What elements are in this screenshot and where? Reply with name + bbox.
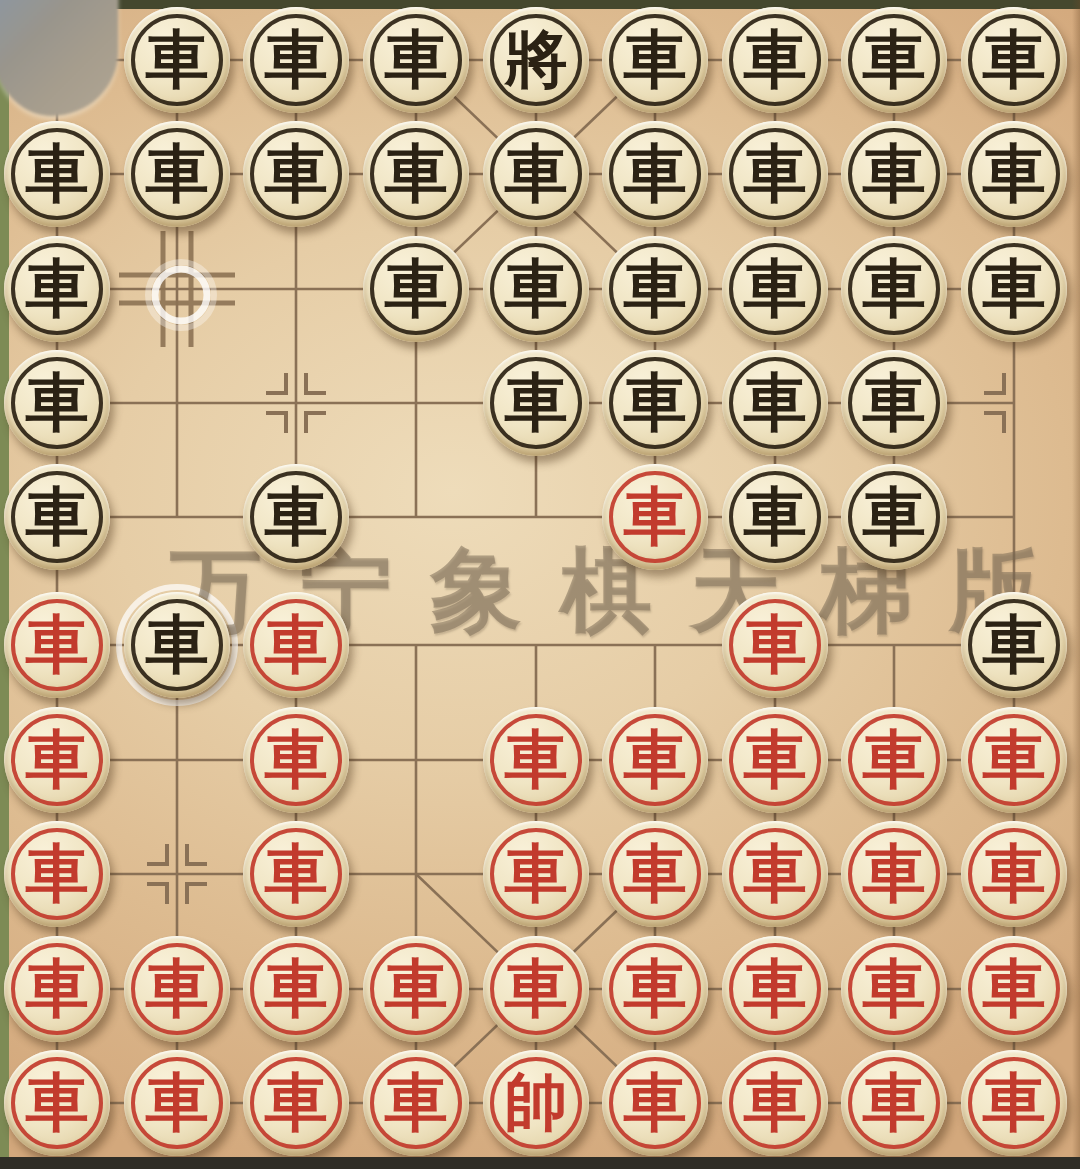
piece-red-chariot-r9c7[interactable]: 車 [722,936,828,1042]
piece-black-chariot-r5c1[interactable]: 車 [4,464,110,570]
piece-red-chariot-r8c7[interactable]: 車 [722,821,828,927]
piece-glyph: 車 [385,142,448,205]
piece-red-chariot-r8c5[interactable]: 車 [483,821,589,927]
piece-black-chariot-r2c9[interactable]: 車 [961,121,1067,227]
piece-glyph: 車 [744,728,807,791]
piece-glyph: 車 [744,613,807,676]
piece-glyph: 車 [863,257,926,320]
piece-red-chariot-r9c9[interactable]: 車 [961,936,1067,1042]
piece-red-chariot-r10c1[interactable]: 車 [4,1050,110,1156]
piece-red-chariot-r6c7[interactable]: 車 [722,592,828,698]
piece-glyph: 車 [624,957,687,1020]
piece-red-chariot-r8c1[interactable]: 車 [4,821,110,927]
piece-glyph: 車 [265,485,328,548]
board-edge-bottom [0,1157,1080,1169]
piece-red-general-r10c5[interactable]: 帥 [483,1050,589,1156]
piece-red-chariot-r7c3[interactable]: 車 [243,707,349,813]
piece-glyph: 車 [26,613,89,676]
piece-glyph: 車 [983,257,1046,320]
piece-glyph: 車 [744,957,807,1020]
piece-glyph: 車 [146,142,209,205]
piece-glyph: 將 [505,28,568,91]
piece-black-chariot-r6c2[interactable]: 車 [124,592,230,698]
piece-black-chariot-r3c6[interactable]: 車 [602,236,708,342]
piece-black-chariot-r1c8[interactable]: 車 [841,7,947,113]
piece-glyph: 車 [26,371,89,434]
piece-glyph: 車 [983,957,1046,1020]
piece-red-chariot-r7c8[interactable]: 車 [841,707,947,813]
piece-glyph: 車 [863,842,926,905]
piece-glyph: 車 [744,1071,807,1134]
piece-black-chariot-r5c3[interactable]: 車 [243,464,349,570]
piece-glyph: 車 [26,142,89,205]
piece-glyph: 車 [26,728,89,791]
piece-glyph: 車 [983,1071,1046,1134]
piece-glyph: 車 [385,1071,448,1134]
piece-red-chariot-r10c3[interactable]: 車 [243,1050,349,1156]
piece-red-chariot-r10c8[interactable]: 車 [841,1050,947,1156]
piece-glyph: 車 [26,842,89,905]
piece-glyph: 車 [983,28,1046,91]
piece-glyph: 車 [265,613,328,676]
piece-black-chariot-r3c1[interactable]: 車 [4,236,110,342]
piece-glyph: 車 [505,842,568,905]
piece-glyph: 車 [385,957,448,1020]
piece-glyph: 車 [624,257,687,320]
piece-glyph: 車 [26,1071,89,1134]
piece-glyph: 車 [385,257,448,320]
piece-red-chariot-r10c2[interactable]: 車 [124,1050,230,1156]
piece-glyph: 車 [505,728,568,791]
piece-glyph: 車 [624,371,687,434]
pieces-layer: 車車車將車車車車車車車車車車車車車車車車車車車車車車車車車車車車車車車車車車車車… [0,0,1080,1169]
piece-red-chariot-r9c1[interactable]: 車 [4,936,110,1042]
piece-glyph: 車 [146,28,209,91]
piece-black-chariot-r1c4[interactable]: 車 [363,7,469,113]
piece-red-chariot-r9c3[interactable]: 車 [243,936,349,1042]
piece-red-chariot-r10c7[interactable]: 車 [722,1050,828,1156]
piece-glyph: 車 [863,728,926,791]
piece-black-chariot-r5c7[interactable]: 車 [722,464,828,570]
piece-black-chariot-r3c5[interactable]: 車 [483,236,589,342]
piece-glyph: 車 [265,728,328,791]
piece-glyph: 車 [146,957,209,1020]
piece-black-chariot-r5c8[interactable]: 車 [841,464,947,570]
piece-black-chariot-r1c3[interactable]: 車 [243,7,349,113]
piece-black-chariot-r3c9[interactable]: 車 [961,236,1067,342]
piece-black-chariot-r1c9[interactable]: 車 [961,7,1067,113]
piece-black-chariot-r2c3[interactable]: 車 [243,121,349,227]
piece-glyph: 車 [624,1071,687,1134]
piece-black-chariot-r1c2[interactable]: 車 [124,7,230,113]
piece-glyph: 車 [863,371,926,434]
piece-black-chariot-r4c7[interactable]: 車 [722,350,828,456]
piece-glyph: 車 [744,371,807,434]
piece-glyph: 車 [624,28,687,91]
piece-black-chariot-r2c1[interactable]: 車 [4,121,110,227]
piece-glyph: 車 [265,842,328,905]
piece-red-chariot-r7c5[interactable]: 車 [483,707,589,813]
piece-red-chariot-r5c6[interactable]: 車 [602,464,708,570]
piece-glyph: 車 [744,142,807,205]
piece-glyph: 車 [26,257,89,320]
piece-black-chariot-r2c6[interactable]: 車 [602,121,708,227]
piece-glyph: 車 [26,957,89,1020]
piece-glyph: 車 [744,28,807,91]
piece-black-chariot-r2c4[interactable]: 車 [363,121,469,227]
piece-red-chariot-r8c8[interactable]: 車 [841,821,947,927]
piece-glyph: 車 [624,842,687,905]
piece-glyph: 車 [744,485,807,548]
piece-glyph: 車 [505,371,568,434]
piece-red-chariot-r9c2[interactable]: 車 [124,936,230,1042]
piece-black-general-r1c5[interactable]: 將 [483,7,589,113]
piece-red-chariot-r7c7[interactable]: 車 [722,707,828,813]
piece-red-chariot-r6c3[interactable]: 車 [243,592,349,698]
piece-black-chariot-r2c8[interactable]: 車 [841,121,947,227]
piece-black-chariot-r4c1[interactable]: 車 [4,350,110,456]
piece-black-chariot-r1c6[interactable]: 車 [602,7,708,113]
piece-red-chariot-r6c1[interactable]: 車 [4,592,110,698]
piece-red-chariot-r7c9[interactable]: 車 [961,707,1067,813]
piece-glyph: 車 [505,257,568,320]
piece-glyph: 車 [863,142,926,205]
piece-red-chariot-r9c6[interactable]: 車 [602,936,708,1042]
piece-black-chariot-r1c7[interactable]: 車 [722,7,828,113]
piece-red-chariot-r7c1[interactable]: 車 [4,707,110,813]
piece-glyph: 車 [265,142,328,205]
piece-glyph: 車 [863,28,926,91]
piece-black-chariot-r4c5[interactable]: 車 [483,350,589,456]
piece-red-chariot-r9c4[interactable]: 車 [363,936,469,1042]
piece-red-chariot-r9c5[interactable]: 車 [483,936,589,1042]
piece-glyph: 車 [265,28,328,91]
piece-glyph: 車 [744,257,807,320]
piece-black-chariot-r4c8[interactable]: 車 [841,350,947,456]
piece-glyph: 車 [146,1071,209,1134]
piece-glyph: 車 [265,957,328,1020]
piece-red-chariot-r8c6[interactable]: 車 [602,821,708,927]
piece-glyph: 車 [624,142,687,205]
piece-glyph: 車 [983,613,1046,676]
piece-glyph: 車 [624,485,687,548]
piece-black-chariot-r2c7[interactable]: 車 [722,121,828,227]
piece-red-chariot-r10c6[interactable]: 車 [602,1050,708,1156]
piece-glyph: 車 [744,842,807,905]
piece-glyph: 車 [983,728,1046,791]
piece-glyph: 車 [863,957,926,1020]
piece-glyph: 車 [983,842,1046,905]
piece-glyph: 車 [863,1071,926,1134]
piece-black-chariot-r4c6[interactable]: 車 [602,350,708,456]
piece-glyph: 車 [385,28,448,91]
piece-glyph: 車 [505,957,568,1020]
piece-red-chariot-r8c9[interactable]: 車 [961,821,1067,927]
piece-glyph: 車 [505,142,568,205]
piece-red-chariot-r10c4[interactable]: 車 [363,1050,469,1156]
piece-glyph: 車 [265,1071,328,1134]
piece-red-chariot-r7c6[interactable]: 車 [602,707,708,813]
xiangqi-board: 万宁象棋天梯版 車車車將車車車車車車車車車車車車車車車車車車車車車車車車車車車車… [0,0,1080,1169]
piece-black-chariot-r6c9[interactable]: 車 [961,592,1067,698]
piece-black-chariot-r2c5[interactable]: 車 [483,121,589,227]
piece-red-chariot-r10c9[interactable]: 車 [961,1050,1067,1156]
piece-black-chariot-r3c8[interactable]: 車 [841,236,947,342]
piece-glyph: 車 [26,485,89,548]
piece-glyph: 車 [624,728,687,791]
piece-black-chariot-r2c2[interactable]: 車 [124,121,230,227]
piece-glyph: 車 [146,613,209,676]
piece-red-chariot-r9c8[interactable]: 車 [841,936,947,1042]
piece-glyph: 帥 [505,1071,568,1134]
piece-black-chariot-r3c7[interactable]: 車 [722,236,828,342]
piece-glyph: 車 [983,142,1046,205]
piece-red-chariot-r8c3[interactable]: 車 [243,821,349,927]
piece-black-chariot-r3c4[interactable]: 車 [363,236,469,342]
piece-glyph: 車 [863,485,926,548]
